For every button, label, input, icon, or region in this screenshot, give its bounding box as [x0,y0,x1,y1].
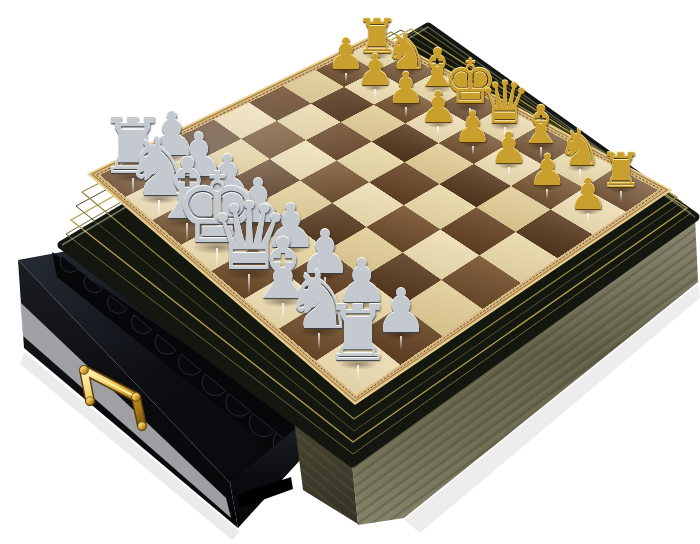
chess-set-photo: ♜♞♝♚♛♝♞♜♟♟♟♟♟♟♟♟♟♟♟♟♟♟♟♟♜♞♝♚♛♝♞♜ [0,0,700,544]
